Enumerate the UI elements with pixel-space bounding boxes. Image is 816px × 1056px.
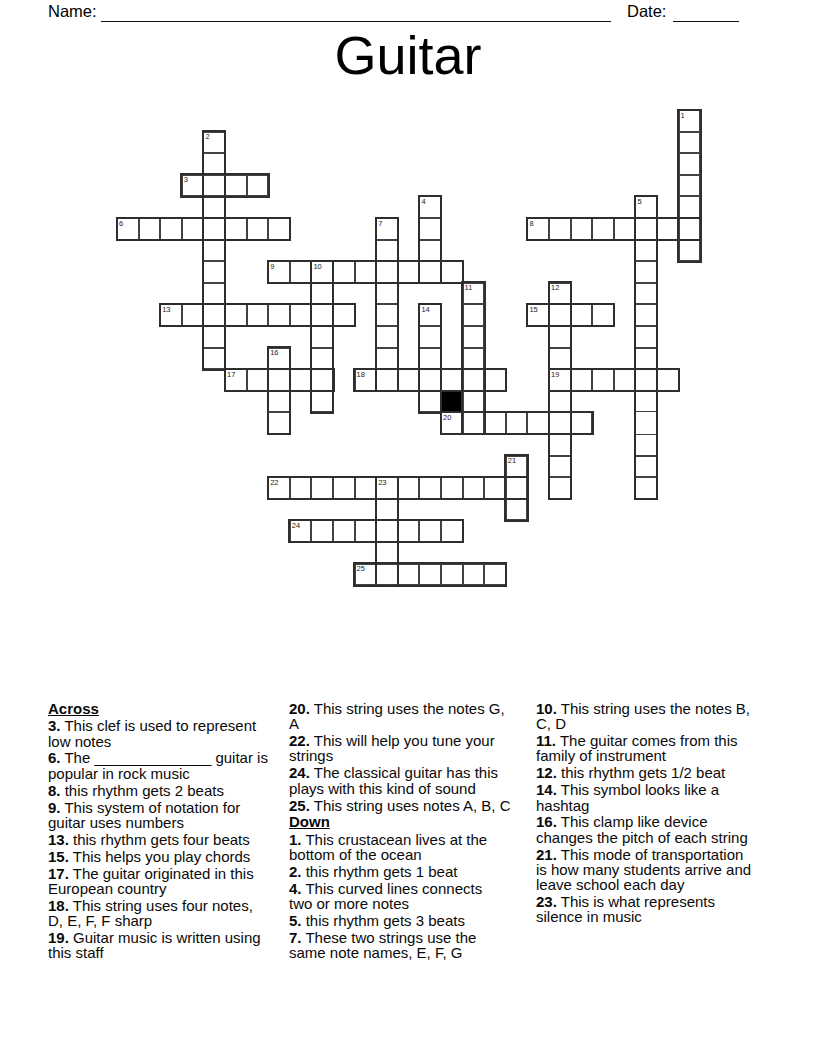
- clue-3: 3. This clef is used to represent low no…: [48, 718, 288, 749]
- clue-text: These two strings use the same note name…: [289, 929, 476, 961]
- clue-text: The classical guitar has this plays with…: [289, 764, 498, 796]
- grid-cell[interactable]: [398, 564, 420, 586]
- clue-5: 5. this rhythm gets 3 beats: [289, 913, 535, 928]
- grid-cell[interactable]: [268, 261, 290, 283]
- grid-cell[interactable]: [203, 196, 225, 218]
- grid-cell[interactable]: [506, 456, 528, 478]
- grid-cell[interactable]: [571, 412, 593, 434]
- grid-cell[interactable]: [203, 240, 225, 262]
- grid-cell[interactable]: [484, 477, 506, 499]
- clue-number-label: 12.: [536, 764, 557, 781]
- grid-cell[interactable]: [614, 369, 636, 391]
- grid-cell[interactable]: [463, 283, 485, 305]
- grid-cell[interactable]: [268, 369, 290, 391]
- grid-cell[interactable]: [182, 304, 204, 326]
- clue-4: 4. This curved lines connects two or mor…: [289, 881, 535, 912]
- grid-cell[interactable]: [419, 196, 441, 218]
- clue-number-label: 13.: [48, 831, 69, 848]
- clue-21: 21. This mode of transportation is how m…: [536, 847, 806, 893]
- grid-cell[interactable]: [679, 218, 701, 240]
- grid-cell[interactable]: [635, 196, 657, 218]
- grid-cell[interactable]: [247, 304, 269, 326]
- grid-cell[interactable]: [635, 477, 657, 499]
- grid-cell[interactable]: [203, 261, 225, 283]
- grid-cell[interactable]: [549, 348, 571, 370]
- clue-24: 24. The classical guitar has this plays …: [289, 765, 535, 796]
- worksheet-page: Name: Date: Guitar 123456789101112131415…: [0, 0, 816, 1056]
- grid-cell[interactable]: [225, 369, 247, 391]
- grid-cell[interactable]: [160, 304, 182, 326]
- grid-cell[interactable]: [463, 369, 485, 391]
- grid-cell[interactable]: [290, 477, 312, 499]
- grid-cell[interactable]: [635, 240, 657, 262]
- clue-20: 20. This string uses the notes G, A: [289, 701, 535, 732]
- grid-cell[interactable]: [376, 542, 398, 564]
- grid-cell[interactable]: [635, 456, 657, 478]
- grid-cell[interactable]: [592, 304, 614, 326]
- clue-11: 11. The guitar comes from this family of…: [536, 733, 806, 764]
- clue-number-label: 5.: [289, 912, 302, 929]
- grid-cell[interactable]: [376, 261, 398, 283]
- grid-cell[interactable]: [247, 218, 269, 240]
- grid-cell[interactable]: [463, 412, 485, 434]
- grid-cell[interactable]: [268, 218, 290, 240]
- grid-cell[interactable]: [549, 304, 571, 326]
- grid-cell[interactable]: [463, 477, 485, 499]
- clue-15: 15. This helps you play chords: [48, 849, 288, 864]
- grid-cell[interactable]: [311, 261, 333, 283]
- clue-9: 9. This system of notation for guitar us…: [48, 800, 288, 831]
- grid-cell[interactable]: [182, 218, 204, 240]
- grid-cell[interactable]: [657, 369, 679, 391]
- grid-cell[interactable]: [355, 261, 377, 283]
- clue-text: this rhythm gets 1/2 beat: [557, 764, 725, 781]
- grid-cell[interactable]: [268, 304, 290, 326]
- clue-25: 25. This string uses notes A, B, C: [289, 798, 535, 813]
- grid-cell[interactable]: [657, 218, 679, 240]
- grid-cell[interactable]: [635, 348, 657, 370]
- grid-cell[interactable]: [441, 520, 463, 542]
- grid-cell[interactable]: [527, 412, 549, 434]
- clue-column: 20. This string uses the notes G, A22. T…: [289, 701, 535, 962]
- clue-16: 16. This clamp like device changes the p…: [536, 814, 806, 845]
- grid-cell[interactable]: [203, 326, 225, 348]
- grid-cell[interactable]: [311, 369, 333, 391]
- grid-cell[interactable]: [679, 132, 701, 154]
- grid-cell[interactable]: [441, 369, 463, 391]
- clue-text: The guitar comes from this family of ins…: [536, 732, 738, 764]
- clue-text: This string uses four notes, D, E, F, F …: [48, 897, 253, 929]
- grid-cell[interactable]: [419, 348, 441, 370]
- clue-text: this rhythm gets 2 beats: [61, 782, 224, 799]
- grid-cell[interactable]: [355, 477, 377, 499]
- grid-cell[interactable]: [398, 261, 420, 283]
- grid-cell[interactable]: [635, 434, 657, 456]
- grid-cell[interactable]: [268, 477, 290, 499]
- grid-cell[interactable]: [160, 218, 182, 240]
- grid-cell[interactable]: [398, 369, 420, 391]
- clue-number-label: 15.: [48, 848, 69, 865]
- grid-cell[interactable]: [311, 520, 333, 542]
- grid-cell[interactable]: [441, 412, 463, 434]
- clue-12: 12. this rhythm gets 1/2 beat: [536, 765, 806, 780]
- clue-7: 7. These two strings use the same note n…: [289, 930, 535, 961]
- grid-cell[interactable]: [463, 326, 485, 348]
- grid-cell[interactable]: [376, 369, 398, 391]
- grid-cell[interactable]: [419, 369, 441, 391]
- clue-number-label: 2.: [289, 863, 302, 880]
- clue-number-label: 25.: [289, 797, 310, 814]
- grid-cell[interactable]: [355, 520, 377, 542]
- clue-text: The guitar originated in this European c…: [48, 865, 254, 897]
- grid-cell[interactable]: [225, 218, 247, 240]
- clue-17: 17. The guitar originated in this Europe…: [48, 866, 288, 897]
- grid-cell[interactable]: [463, 391, 485, 413]
- clue-text: This string uses the notes B, C, D: [536, 700, 750, 732]
- grid-cell[interactable]: [484, 412, 506, 434]
- grid-cell[interactable]: [290, 261, 312, 283]
- clue-18: 18. This string uses four notes, D, E, F…: [48, 898, 288, 929]
- grid-cell[interactable]: [311, 391, 333, 413]
- grid-cell[interactable]: [549, 434, 571, 456]
- clue-text: This crustacean lives at the bottom of t…: [289, 831, 487, 863]
- grid-cell[interactable]: [290, 304, 312, 326]
- grid-cell[interactable]: [333, 520, 355, 542]
- clue-text: This clef is used to represent low notes: [48, 717, 256, 749]
- grid-cell[interactable]: [549, 283, 571, 305]
- grid-cell[interactable]: [376, 326, 398, 348]
- grid-cell[interactable]: [333, 261, 355, 283]
- grid-cell[interactable]: [506, 412, 528, 434]
- grid-cell[interactable]: [592, 369, 614, 391]
- grid-cell[interactable]: [419, 477, 441, 499]
- grid-cell[interactable]: [290, 369, 312, 391]
- grid-cell[interactable]: [419, 520, 441, 542]
- grid-cell[interactable]: [635, 326, 657, 348]
- grid-cell[interactable]: [419, 218, 441, 240]
- clue-14: 14. This symbol looks like a hashtag: [536, 782, 806, 813]
- grid-cell[interactable]: [679, 240, 701, 262]
- grid-cell[interactable]: [225, 304, 247, 326]
- grid-cell[interactable]: [333, 304, 355, 326]
- grid-cell[interactable]: [506, 499, 528, 521]
- grid-cell[interactable]: [376, 218, 398, 240]
- clue-10: 10. This string uses the notes B, C, D: [536, 701, 806, 732]
- grid-cell[interactable]: [311, 283, 333, 305]
- grid-cell[interactable]: [419, 240, 441, 262]
- grid-cell[interactable]: [419, 326, 441, 348]
- clue-1: 1. This crustacean lives at the bottom o…: [289, 832, 535, 863]
- grid-cell[interactable]: [139, 218, 161, 240]
- grid-cell[interactable]: [441, 477, 463, 499]
- grid-cell[interactable]: [679, 196, 701, 218]
- grid-cell[interactable]: [203, 175, 225, 197]
- grid-cell[interactable]: [549, 456, 571, 478]
- grid-cell[interactable]: [376, 499, 398, 521]
- clue-23: 23. This is what represents silence in m…: [536, 894, 806, 925]
- clue-6: 6. The ______________ guitar is popular …: [48, 750, 288, 781]
- grid-cell[interactable]: [441, 261, 463, 283]
- black-cell: [441, 391, 463, 413]
- grid-cell[interactable]: [376, 520, 398, 542]
- grid-cell[interactable]: [419, 564, 441, 586]
- grid-cell[interactable]: [311, 348, 333, 370]
- grid-cell[interactable]: [311, 477, 333, 499]
- clue-number-label: 8.: [48, 782, 61, 799]
- grid-cell[interactable]: [571, 304, 593, 326]
- clue-text: this rhythm gets 1 beat: [302, 863, 458, 880]
- grid-cell[interactable]: [203, 304, 225, 326]
- grid-cell[interactable]: [549, 218, 571, 240]
- clue-text: This helps you play chords: [69, 848, 251, 865]
- crossword-grid: 1234567891011121314151617181920212223242…: [0, 0, 816, 700]
- grid-cell[interactable]: [635, 218, 657, 240]
- clue-text: this rhythm gets 3 beats: [302, 912, 465, 929]
- grid-cell[interactable]: [441, 564, 463, 586]
- grid-cell[interactable]: [549, 412, 571, 434]
- clue-13: 13. this rhythm gets four beats: [48, 832, 288, 847]
- grid-cell[interactable]: [225, 175, 247, 197]
- grid-cell[interactable]: [527, 218, 549, 240]
- clue-19: 19. Guitar music is written using this s…: [48, 930, 288, 961]
- clue-text: This will help you tune your strings: [289, 732, 495, 764]
- grid-cell[interactable]: [268, 412, 290, 434]
- grid-cell[interactable]: [635, 391, 657, 413]
- grid-cell[interactable]: [419, 391, 441, 413]
- grid-cell[interactable]: [203, 283, 225, 305]
- grid-cell[interactable]: [463, 564, 485, 586]
- grid-cell[interactable]: [571, 369, 593, 391]
- grid-cell[interactable]: [311, 326, 333, 348]
- grid-cell[interactable]: [203, 218, 225, 240]
- grid-cell[interactable]: [268, 348, 290, 370]
- grid-cell[interactable]: [592, 218, 614, 240]
- grid-cell[interactable]: [549, 326, 571, 348]
- clues-heading-across: Across: [48, 701, 288, 716]
- grid-cell[interactable]: [117, 218, 139, 240]
- grid-cell[interactable]: [311, 304, 333, 326]
- grid-cell[interactable]: [571, 218, 593, 240]
- clue-text: This is what represents silence in music: [536, 893, 715, 925]
- grid-cell[interactable]: [679, 175, 701, 197]
- grid-cell[interactable]: [333, 477, 355, 499]
- grid-cell[interactable]: [376, 240, 398, 262]
- grid-cell[interactable]: [635, 369, 657, 391]
- grid-cell[interactable]: [376, 348, 398, 370]
- grid-cell[interactable]: [247, 369, 269, 391]
- grid-cell[interactable]: [398, 477, 420, 499]
- grid-cell[interactable]: [376, 283, 398, 305]
- grid-cell[interactable]: [182, 175, 204, 197]
- grid-cell[interactable]: [549, 369, 571, 391]
- grid-cell[interactable]: [484, 564, 506, 586]
- clue-text: this rhythm gets four beats: [69, 831, 250, 848]
- clues-heading-down: Down: [289, 814, 535, 829]
- grid-cell[interactable]: [484, 369, 506, 391]
- grid-cell[interactable]: [355, 369, 377, 391]
- grid-cell[interactable]: [635, 304, 657, 326]
- clue-text: This system of notation for guitar uses …: [48, 799, 240, 831]
- grid-cell[interactable]: [679, 110, 701, 132]
- clue-text: This symbol looks like a hashtag: [536, 781, 719, 813]
- grid-cell[interactable]: [506, 477, 528, 499]
- clue-text: This mode of transportation is how many …: [536, 846, 751, 894]
- clue-text: This curved lines connects two or more n…: [289, 880, 482, 912]
- clue-text: Guitar music is written using this staff: [48, 929, 261, 961]
- grid-cell[interactable]: [419, 261, 441, 283]
- grid-cell[interactable]: [203, 153, 225, 175]
- clue-8: 8. this rhythm gets 2 beats: [48, 783, 288, 798]
- grid-cell[interactable]: [376, 304, 398, 326]
- grid-cell[interactable]: [398, 520, 420, 542]
- grid-cell[interactable]: [203, 348, 225, 370]
- grid-cell[interactable]: [419, 304, 441, 326]
- grid-cell[interactable]: [376, 477, 398, 499]
- clue-text: This string uses the notes G, A: [289, 700, 505, 732]
- grid-cell[interactable]: [527, 304, 549, 326]
- grid-cell[interactable]: [549, 477, 571, 499]
- grid-cell[interactable]: [549, 391, 571, 413]
- grid-cell[interactable]: [463, 304, 485, 326]
- grid-cell[interactable]: [614, 218, 636, 240]
- grid-cell[interactable]: [635, 283, 657, 305]
- grid-cell[interactable]: [635, 261, 657, 283]
- grid-cell[interactable]: [376, 564, 398, 586]
- clue-text: The ______________ guitar is popular in …: [48, 749, 268, 781]
- clue-text: This string uses notes A, B, C: [310, 797, 511, 814]
- clue-22: 22. This will help you tune your strings: [289, 733, 535, 764]
- grid-cell[interactable]: [290, 520, 312, 542]
- clue-text: This clamp like device changes the pitch…: [536, 813, 748, 845]
- clue-2: 2. this rhythm gets 1 beat: [289, 864, 535, 879]
- grid-cell[interactable]: [679, 153, 701, 175]
- clue-column: 10. This string uses the notes B, C, D11…: [536, 701, 806, 926]
- grid-cell[interactable]: [463, 348, 485, 370]
- grid-cell[interactable]: [355, 564, 377, 586]
- grid-cell[interactable]: [268, 391, 290, 413]
- clue-column: Across3. This clef is used to represent …: [48, 701, 288, 962]
- grid-cell[interactable]: [247, 175, 269, 197]
- grid-cell[interactable]: [203, 132, 225, 154]
